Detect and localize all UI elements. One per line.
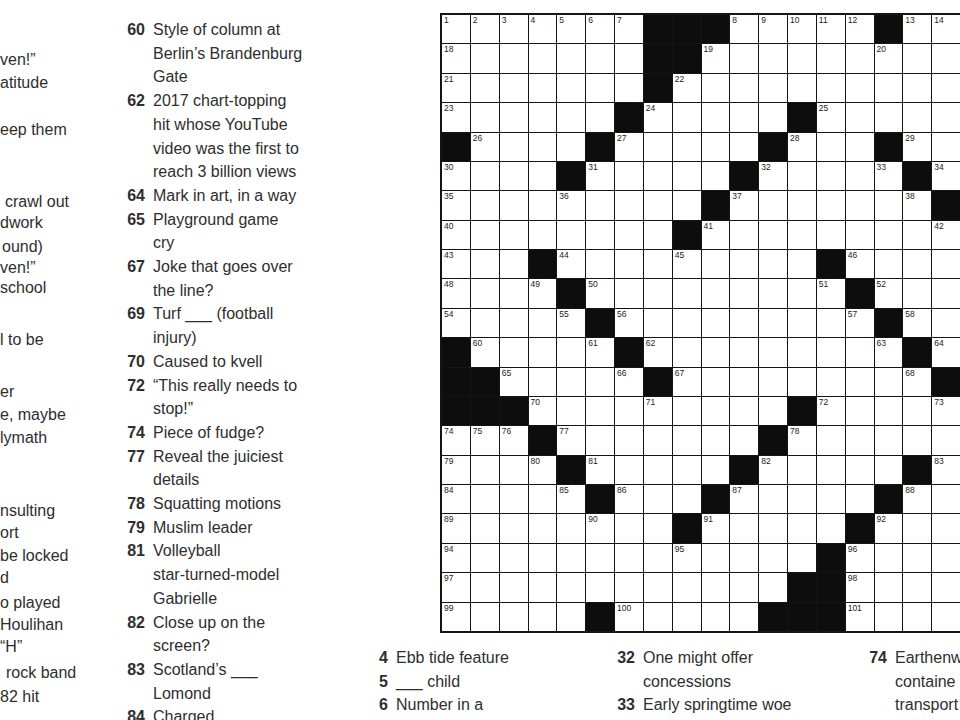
grid-cell[interactable]: 25 bbox=[817, 103, 845, 131]
grid-cell[interactable] bbox=[644, 309, 672, 337]
grid-cell[interactable] bbox=[471, 103, 499, 131]
grid-cell[interactable] bbox=[759, 368, 787, 396]
grid-cell[interactable] bbox=[932, 279, 960, 307]
grid-cell[interactable] bbox=[529, 103, 557, 131]
grid-cell[interactable] bbox=[471, 162, 499, 190]
grid-cell[interactable] bbox=[500, 44, 528, 72]
grid-cell[interactable] bbox=[788, 456, 816, 484]
grid-cell[interactable] bbox=[500, 103, 528, 131]
grid-cell[interactable]: 74 bbox=[442, 426, 470, 454]
grid-cell[interactable]: 33 bbox=[875, 162, 903, 190]
grid-cell[interactable] bbox=[586, 191, 614, 219]
grid-cell[interactable] bbox=[557, 603, 585, 631]
grid-cell[interactable]: 10 bbox=[788, 15, 816, 43]
grid-cell[interactable] bbox=[875, 191, 903, 219]
grid-cell[interactable] bbox=[586, 221, 614, 249]
grid-cell[interactable] bbox=[903, 103, 931, 131]
grid-cell[interactable] bbox=[817, 309, 845, 337]
grid-cell[interactable] bbox=[702, 338, 730, 366]
grid-cell[interactable] bbox=[586, 573, 614, 601]
grid-cell[interactable] bbox=[817, 191, 845, 219]
grid-cell[interactable] bbox=[471, 514, 499, 542]
grid-cell[interactable] bbox=[730, 133, 758, 161]
grid-cell[interactable] bbox=[846, 44, 874, 72]
grid-cell[interactable]: 42 bbox=[932, 221, 960, 249]
grid-cell[interactable]: 4 bbox=[529, 15, 557, 43]
grid-cell[interactable] bbox=[673, 103, 701, 131]
grid-cell[interactable]: 57 bbox=[846, 309, 874, 337]
grid-cell[interactable] bbox=[702, 162, 730, 190]
grid-cell[interactable] bbox=[730, 426, 758, 454]
grid-cell[interactable] bbox=[903, 250, 931, 278]
grid-cell[interactable] bbox=[586, 74, 614, 102]
grid-cell[interactable] bbox=[817, 74, 845, 102]
grid-cell[interactable]: 51 bbox=[817, 279, 845, 307]
grid-cell[interactable]: 28 bbox=[788, 133, 816, 161]
grid-cell[interactable] bbox=[673, 162, 701, 190]
grid-cell[interactable] bbox=[759, 397, 787, 425]
grid-cell[interactable]: 90 bbox=[586, 514, 614, 542]
grid-cell[interactable] bbox=[615, 74, 643, 102]
grid-cell[interactable] bbox=[730, 397, 758, 425]
grid-cell[interactable]: 73 bbox=[932, 397, 960, 425]
grid-cell[interactable] bbox=[932, 603, 960, 631]
grid-cell[interactable] bbox=[875, 250, 903, 278]
grid-cell[interactable]: 46 bbox=[846, 250, 874, 278]
grid-cell[interactable]: 98 bbox=[846, 573, 874, 601]
grid-cell[interactable] bbox=[702, 74, 730, 102]
grid-cell[interactable]: 43 bbox=[442, 250, 470, 278]
grid-cell[interactable] bbox=[529, 44, 557, 72]
grid-cell[interactable] bbox=[788, 279, 816, 307]
grid-cell[interactable] bbox=[529, 74, 557, 102]
grid-cell[interactable]: 72 bbox=[817, 397, 845, 425]
grid-cell[interactable]: 13 bbox=[903, 15, 931, 43]
grid-cell[interactable] bbox=[557, 44, 585, 72]
grid-cell[interactable] bbox=[644, 133, 672, 161]
grid-cell[interactable] bbox=[673, 191, 701, 219]
grid-cell[interactable]: 6 bbox=[586, 15, 614, 43]
grid-cell[interactable] bbox=[788, 162, 816, 190]
grid-cell[interactable]: 20 bbox=[875, 44, 903, 72]
grid-cell[interactable] bbox=[615, 573, 643, 601]
grid-cell[interactable] bbox=[759, 338, 787, 366]
grid-cell[interactable] bbox=[846, 397, 874, 425]
grid-cell[interactable] bbox=[644, 544, 672, 572]
grid-cell[interactable] bbox=[615, 456, 643, 484]
grid-cell[interactable] bbox=[615, 221, 643, 249]
grid-cell[interactable] bbox=[471, 603, 499, 631]
grid-cell[interactable] bbox=[615, 250, 643, 278]
grid-cell[interactable] bbox=[817, 221, 845, 249]
grid-cell[interactable] bbox=[759, 279, 787, 307]
grid-cell[interactable] bbox=[529, 573, 557, 601]
grid-cell[interactable] bbox=[846, 221, 874, 249]
grid-cell[interactable] bbox=[788, 514, 816, 542]
grid-cell[interactable] bbox=[875, 573, 903, 601]
grid-cell[interactable]: 56 bbox=[615, 309, 643, 337]
grid-cell[interactable]: 63 bbox=[875, 338, 903, 366]
grid-cell[interactable] bbox=[759, 309, 787, 337]
grid-cell[interactable] bbox=[730, 44, 758, 72]
grid-cell[interactable] bbox=[730, 368, 758, 396]
grid-cell[interactable] bbox=[586, 544, 614, 572]
grid-cell[interactable]: 35 bbox=[442, 191, 470, 219]
grid-cell[interactable] bbox=[500, 191, 528, 219]
grid-cell[interactable] bbox=[615, 162, 643, 190]
grid-cell[interactable] bbox=[788, 74, 816, 102]
grid-cell[interactable] bbox=[817, 162, 845, 190]
grid-cell[interactable] bbox=[500, 309, 528, 337]
grid-cell[interactable] bbox=[500, 603, 528, 631]
grid-cell[interactable] bbox=[903, 397, 931, 425]
grid-cell[interactable]: 38 bbox=[903, 191, 931, 219]
grid-cell[interactable] bbox=[500, 338, 528, 366]
grid-cell[interactable] bbox=[875, 544, 903, 572]
grid-cell[interactable] bbox=[471, 221, 499, 249]
grid-cell[interactable] bbox=[557, 221, 585, 249]
grid-cell[interactable] bbox=[817, 485, 845, 513]
grid-cell[interactable] bbox=[529, 544, 557, 572]
grid-cell[interactable] bbox=[557, 368, 585, 396]
grid-cell[interactable]: 94 bbox=[442, 544, 470, 572]
grid-cell[interactable] bbox=[500, 74, 528, 102]
grid-cell[interactable]: 40 bbox=[442, 221, 470, 249]
grid-cell[interactable] bbox=[817, 133, 845, 161]
grid-cell[interactable] bbox=[932, 544, 960, 572]
grid-cell[interactable] bbox=[875, 397, 903, 425]
grid-cell[interactable]: 97 bbox=[442, 573, 470, 601]
grid-cell[interactable]: 58 bbox=[903, 309, 931, 337]
grid-cell[interactable]: 78 bbox=[788, 426, 816, 454]
grid-cell[interactable] bbox=[529, 603, 557, 631]
grid-cell[interactable] bbox=[730, 250, 758, 278]
grid-cell[interactable] bbox=[557, 74, 585, 102]
grid-cell[interactable]: 86 bbox=[615, 485, 643, 513]
grid-cell[interactable]: 50 bbox=[586, 279, 614, 307]
grid-cell[interactable] bbox=[932, 44, 960, 72]
grid-cell[interactable] bbox=[586, 250, 614, 278]
grid-cell[interactable] bbox=[846, 133, 874, 161]
grid-cell[interactable] bbox=[759, 573, 787, 601]
grid-cell[interactable] bbox=[615, 191, 643, 219]
grid-cell[interactable] bbox=[932, 485, 960, 513]
grid-cell[interactable] bbox=[846, 426, 874, 454]
grid-cell[interactable] bbox=[529, 368, 557, 396]
grid-cell[interactable] bbox=[932, 133, 960, 161]
grid-cell[interactable] bbox=[471, 309, 499, 337]
grid-cell[interactable] bbox=[557, 338, 585, 366]
grid-cell[interactable] bbox=[759, 250, 787, 278]
grid-cell[interactable] bbox=[529, 162, 557, 190]
grid-cell[interactable] bbox=[730, 309, 758, 337]
grid-cell[interactable] bbox=[500, 573, 528, 601]
grid-cell[interactable] bbox=[615, 544, 643, 572]
grid-cell[interactable] bbox=[500, 250, 528, 278]
grid-cell[interactable]: 87 bbox=[730, 485, 758, 513]
grid-cell[interactable] bbox=[557, 133, 585, 161]
grid-cell[interactable] bbox=[644, 250, 672, 278]
grid-cell[interactable] bbox=[471, 74, 499, 102]
grid-cell[interactable]: 77 bbox=[557, 426, 585, 454]
grid-cell[interactable]: 18 bbox=[442, 44, 470, 72]
grid-cell[interactable]: 88 bbox=[903, 485, 931, 513]
grid-cell[interactable]: 41 bbox=[702, 221, 730, 249]
grid-cell[interactable] bbox=[702, 368, 730, 396]
grid-cell[interactable] bbox=[471, 456, 499, 484]
grid-cell[interactable] bbox=[730, 544, 758, 572]
grid-cell[interactable]: 54 bbox=[442, 309, 470, 337]
grid-cell[interactable] bbox=[529, 338, 557, 366]
grid-cell[interactable] bbox=[557, 397, 585, 425]
grid-cell[interactable] bbox=[673, 426, 701, 454]
grid-cell[interactable] bbox=[788, 44, 816, 72]
grid-cell[interactable] bbox=[788, 368, 816, 396]
grid-cell[interactable] bbox=[903, 603, 931, 631]
grid-cell[interactable] bbox=[500, 279, 528, 307]
grid-cell[interactable] bbox=[471, 573, 499, 601]
grid-cell[interactable] bbox=[846, 191, 874, 219]
grid-cell[interactable] bbox=[875, 456, 903, 484]
grid-cell[interactable] bbox=[759, 485, 787, 513]
grid-cell[interactable] bbox=[586, 103, 614, 131]
grid-cell[interactable]: 21 bbox=[442, 74, 470, 102]
grid-cell[interactable]: 22 bbox=[673, 74, 701, 102]
grid-cell[interactable] bbox=[529, 309, 557, 337]
grid-cell[interactable] bbox=[702, 309, 730, 337]
grid-cell[interactable]: 36 bbox=[557, 191, 585, 219]
grid-cell[interactable] bbox=[673, 603, 701, 631]
grid-cell[interactable] bbox=[644, 485, 672, 513]
grid-cell[interactable] bbox=[759, 221, 787, 249]
grid-cell[interactable] bbox=[817, 338, 845, 366]
grid-cell[interactable] bbox=[730, 74, 758, 102]
grid-cell[interactable] bbox=[759, 103, 787, 131]
grid-cell[interactable] bbox=[471, 485, 499, 513]
grid-cell[interactable]: 76 bbox=[500, 426, 528, 454]
grid-cell[interactable]: 44 bbox=[557, 250, 585, 278]
grid-cell[interactable]: 61 bbox=[586, 338, 614, 366]
grid-cell[interactable]: 45 bbox=[673, 250, 701, 278]
grid-cell[interactable] bbox=[500, 162, 528, 190]
grid-cell[interactable] bbox=[586, 44, 614, 72]
grid-cell[interactable] bbox=[673, 279, 701, 307]
grid-cell[interactable]: 84 bbox=[442, 485, 470, 513]
grid-cell[interactable]: 27 bbox=[615, 133, 643, 161]
grid-cell[interactable]: 101 bbox=[846, 603, 874, 631]
grid-cell[interactable]: 24 bbox=[644, 103, 672, 131]
grid-cell[interactable] bbox=[903, 279, 931, 307]
grid-cell[interactable] bbox=[644, 191, 672, 219]
grid-cell[interactable] bbox=[673, 133, 701, 161]
grid-cell[interactable] bbox=[673, 338, 701, 366]
grid-cell[interactable]: 3 bbox=[500, 15, 528, 43]
grid-cell[interactable] bbox=[817, 456, 845, 484]
grid-cell[interactable] bbox=[471, 44, 499, 72]
grid-cell[interactable]: 81 bbox=[586, 456, 614, 484]
grid-cell[interactable] bbox=[932, 573, 960, 601]
grid-cell[interactable]: 1 bbox=[442, 15, 470, 43]
grid-cell[interactable] bbox=[846, 162, 874, 190]
grid-cell[interactable]: 26 bbox=[471, 133, 499, 161]
grid-cell[interactable] bbox=[903, 426, 931, 454]
grid-cell[interactable] bbox=[673, 309, 701, 337]
grid-cell[interactable] bbox=[529, 191, 557, 219]
grid-cell[interactable] bbox=[875, 426, 903, 454]
grid-cell[interactable]: 95 bbox=[673, 544, 701, 572]
grid-cell[interactable]: 67 bbox=[673, 368, 701, 396]
grid-cell[interactable] bbox=[702, 544, 730, 572]
grid-cell[interactable] bbox=[730, 279, 758, 307]
grid-cell[interactable] bbox=[875, 603, 903, 631]
grid-cell[interactable] bbox=[615, 514, 643, 542]
grid-cell[interactable]: 48 bbox=[442, 279, 470, 307]
grid-cell[interactable]: 32 bbox=[759, 162, 787, 190]
grid-cell[interactable] bbox=[702, 397, 730, 425]
grid-cell[interactable]: 91 bbox=[702, 514, 730, 542]
grid-cell[interactable]: 99 bbox=[442, 603, 470, 631]
grid-cell[interactable] bbox=[846, 338, 874, 366]
grid-cell[interactable] bbox=[788, 250, 816, 278]
grid-cell[interactable] bbox=[673, 573, 701, 601]
grid-cell[interactable] bbox=[788, 544, 816, 572]
grid-cell[interactable] bbox=[846, 74, 874, 102]
grid-cell[interactable] bbox=[644, 456, 672, 484]
grid-cell[interactable] bbox=[817, 44, 845, 72]
grid-cell[interactable] bbox=[759, 44, 787, 72]
grid-cell[interactable]: 12 bbox=[846, 15, 874, 43]
grid-cell[interactable] bbox=[759, 191, 787, 219]
grid-cell[interactable]: 9 bbox=[759, 15, 787, 43]
grid-cell[interactable] bbox=[529, 133, 557, 161]
grid-cell[interactable]: 89 bbox=[442, 514, 470, 542]
grid-cell[interactable]: 5 bbox=[557, 15, 585, 43]
grid-cell[interactable] bbox=[932, 250, 960, 278]
grid-cell[interactable] bbox=[644, 573, 672, 601]
grid-cell[interactable]: 82 bbox=[759, 456, 787, 484]
grid-cell[interactable] bbox=[702, 103, 730, 131]
grid-cell[interactable] bbox=[903, 44, 931, 72]
grid-cell[interactable] bbox=[875, 221, 903, 249]
grid-cell[interactable] bbox=[702, 603, 730, 631]
grid-cell[interactable] bbox=[846, 368, 874, 396]
grid-cell[interactable] bbox=[471, 544, 499, 572]
grid-cell[interactable]: 66 bbox=[615, 368, 643, 396]
grid-cell[interactable]: 85 bbox=[557, 485, 585, 513]
grid-cell[interactable] bbox=[500, 133, 528, 161]
grid-cell[interactable]: 60 bbox=[471, 338, 499, 366]
grid-cell[interactable]: 37 bbox=[730, 191, 758, 219]
grid-cell[interactable]: 92 bbox=[875, 514, 903, 542]
grid-cell[interactable] bbox=[817, 368, 845, 396]
grid-cell[interactable] bbox=[788, 309, 816, 337]
grid-cell[interactable] bbox=[903, 544, 931, 572]
grid-cell[interactable] bbox=[788, 485, 816, 513]
grid-cell[interactable] bbox=[903, 573, 931, 601]
grid-cell[interactable] bbox=[615, 397, 643, 425]
grid-cell[interactable] bbox=[730, 573, 758, 601]
grid-cell[interactable] bbox=[730, 514, 758, 542]
grid-cell[interactable]: 100 bbox=[615, 603, 643, 631]
grid-cell[interactable]: 83 bbox=[932, 456, 960, 484]
grid-cell[interactable] bbox=[644, 221, 672, 249]
grid-cell[interactable] bbox=[529, 485, 557, 513]
grid-cell[interactable]: 29 bbox=[903, 133, 931, 161]
grid-cell[interactable] bbox=[875, 368, 903, 396]
grid-cell[interactable]: 75 bbox=[471, 426, 499, 454]
grid-cell[interactable] bbox=[471, 250, 499, 278]
grid-cell[interactable]: 11 bbox=[817, 15, 845, 43]
grid-cell[interactable]: 96 bbox=[846, 544, 874, 572]
grid-cell[interactable] bbox=[615, 44, 643, 72]
grid-cell[interactable] bbox=[615, 426, 643, 454]
grid-cell[interactable] bbox=[702, 573, 730, 601]
grid-cell[interactable] bbox=[932, 309, 960, 337]
grid-cell[interactable] bbox=[903, 514, 931, 542]
grid-cell[interactable] bbox=[557, 573, 585, 601]
grid-cell[interactable] bbox=[500, 485, 528, 513]
grid-cell[interactable] bbox=[730, 103, 758, 131]
grid-cell[interactable] bbox=[500, 456, 528, 484]
grid-cell[interactable] bbox=[644, 162, 672, 190]
grid-cell[interactable] bbox=[644, 603, 672, 631]
grid-cell[interactable] bbox=[500, 221, 528, 249]
grid-cell[interactable] bbox=[586, 426, 614, 454]
grid-cell[interactable] bbox=[673, 485, 701, 513]
grid-cell[interactable] bbox=[702, 456, 730, 484]
grid-cell[interactable] bbox=[730, 221, 758, 249]
grid-cell[interactable] bbox=[529, 514, 557, 542]
grid-cell[interactable]: 64 bbox=[932, 338, 960, 366]
grid-cell[interactable]: 2 bbox=[471, 15, 499, 43]
grid-cell[interactable] bbox=[702, 279, 730, 307]
grid-cell[interactable] bbox=[759, 544, 787, 572]
grid-cell[interactable]: 23 bbox=[442, 103, 470, 131]
grid-cell[interactable] bbox=[730, 338, 758, 366]
grid-cell[interactable] bbox=[846, 103, 874, 131]
grid-cell[interactable] bbox=[875, 74, 903, 102]
grid-cell[interactable] bbox=[644, 514, 672, 542]
grid-cell[interactable] bbox=[557, 103, 585, 131]
grid-cell[interactable]: 79 bbox=[442, 456, 470, 484]
grid-cell[interactable] bbox=[702, 250, 730, 278]
grid-cell[interactable] bbox=[471, 191, 499, 219]
grid-cell[interactable] bbox=[500, 544, 528, 572]
grid-cell[interactable]: 8 bbox=[730, 15, 758, 43]
grid-cell[interactable]: 55 bbox=[557, 309, 585, 337]
grid-cell[interactable]: 34 bbox=[932, 162, 960, 190]
grid-cell[interactable]: 52 bbox=[875, 279, 903, 307]
grid-cell[interactable]: 65 bbox=[500, 368, 528, 396]
grid-cell[interactable] bbox=[586, 368, 614, 396]
grid-cell[interactable] bbox=[586, 397, 614, 425]
grid-cell[interactable] bbox=[846, 485, 874, 513]
grid-cell[interactable] bbox=[500, 514, 528, 542]
grid-cell[interactable]: 19 bbox=[702, 44, 730, 72]
grid-cell[interactable] bbox=[932, 74, 960, 102]
grid-cell[interactable] bbox=[932, 514, 960, 542]
grid-cell[interactable]: 62 bbox=[644, 338, 672, 366]
grid-cell[interactable] bbox=[673, 456, 701, 484]
grid-cell[interactable]: 7 bbox=[615, 15, 643, 43]
grid-cell[interactable] bbox=[875, 103, 903, 131]
grid-cell[interactable] bbox=[529, 221, 557, 249]
grid-cell[interactable] bbox=[903, 74, 931, 102]
grid-cell[interactable] bbox=[788, 191, 816, 219]
grid-cell[interactable] bbox=[788, 221, 816, 249]
grid-cell[interactable]: 80 bbox=[529, 456, 557, 484]
grid-cell[interactable]: 14 bbox=[932, 15, 960, 43]
